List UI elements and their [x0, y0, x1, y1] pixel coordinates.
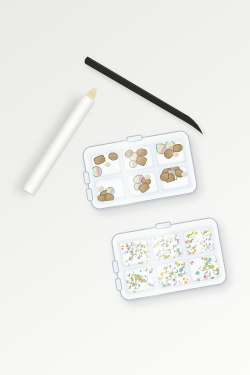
rhinestone — [153, 245, 156, 248]
rhinestone — [192, 234, 195, 237]
rhinestone — [177, 282, 180, 285]
rhinestone — [140, 244, 143, 247]
rhinestone — [124, 251, 127, 254]
rhinestone — [158, 256, 161, 259]
rhinestone — [185, 281, 188, 285]
box-compartment — [155, 259, 188, 288]
rhinestone — [138, 284, 141, 287]
rhinestone — [129, 243, 132, 246]
rhinestone — [172, 245, 175, 248]
rhinestone — [171, 283, 176, 288]
rhinestone — [209, 257, 214, 262]
box-compartment — [122, 145, 155, 172]
rhinestone — [195, 232, 198, 235]
rhinestone — [121, 243, 124, 246]
rhinestone — [203, 274, 208, 279]
rhinestone — [126, 242, 128, 244]
rhinestone — [149, 258, 151, 260]
tweezers-body — [85, 57, 203, 135]
rhinestone — [164, 250, 167, 253]
rhinestone — [151, 284, 154, 287]
rhinestone — [176, 243, 179, 246]
rhinestone — [138, 277, 141, 280]
rhinestone — [160, 281, 163, 284]
rhinestone — [210, 265, 214, 269]
rhinestone — [214, 259, 217, 262]
rhinestone — [131, 271, 134, 274]
rhinestone — [191, 260, 195, 264]
rhinestone — [165, 285, 168, 288]
rhinestone — [130, 249, 133, 252]
rhinestone — [188, 252, 191, 255]
rhinestone — [214, 271, 219, 276]
rhinestone — [129, 285, 132, 288]
rhinestone — [174, 238, 176, 240]
box-compartment — [118, 237, 151, 266]
rhinestone — [160, 172, 170, 182]
box-compartment — [153, 139, 186, 166]
rhinestone — [155, 246, 157, 248]
rhinestone — [173, 275, 176, 278]
box-compartment — [94, 176, 127, 203]
rhinestone — [177, 263, 180, 266]
rhinestone — [181, 270, 186, 275]
rhinestone — [170, 240, 172, 242]
rhinestone — [128, 159, 137, 168]
rhinestone — [211, 276, 215, 280]
rhinestone — [175, 248, 178, 251]
rhinestone — [215, 264, 220, 269]
box-compartment — [90, 150, 123, 177]
rhinestone — [150, 277, 153, 280]
box-compartment — [123, 265, 156, 294]
rhinestone — [181, 172, 188, 178]
rhinestone — [134, 247, 137, 250]
rhinestone — [140, 254, 143, 257]
rhinestone — [146, 243, 148, 245]
rhinestone — [164, 256, 167, 259]
photo-stage — [0, 0, 250, 375]
rhinestone — [104, 162, 111, 168]
rhinestone — [157, 258, 160, 261]
rhinestone — [173, 256, 175, 258]
rhinestone — [197, 276, 201, 280]
rhinestone — [127, 263, 130, 266]
rhinestone — [203, 244, 206, 247]
rhinestone — [193, 249, 195, 251]
rhinestone — [208, 238, 211, 241]
rhinestone — [177, 254, 179, 256]
rhinestone — [160, 272, 164, 276]
rhinestone — [200, 267, 204, 271]
box-compartment — [150, 232, 183, 261]
rhinestone — [140, 261, 143, 264]
rhinestone — [173, 151, 180, 157]
rhinestone — [137, 244, 140, 247]
rhinestone — [183, 277, 186, 280]
box-compartment — [158, 164, 191, 191]
rhinestone — [205, 230, 207, 232]
rhinestone — [90, 164, 105, 178]
rhinestone — [154, 242, 157, 245]
rhinestone — [147, 250, 149, 252]
box-compartment — [126, 170, 159, 197]
rhinestone — [139, 270, 142, 273]
rhinestone — [199, 250, 202, 253]
rhinestone — [162, 253, 165, 256]
rhinestone — [177, 238, 180, 241]
rhinestone — [164, 264, 167, 267]
rhinestone — [144, 268, 147, 271]
box-compartment — [182, 226, 215, 255]
rhinestone — [125, 260, 127, 262]
rhinestone — [121, 248, 123, 250]
box-compartment — [187, 253, 220, 282]
rhinestone — [208, 235, 211, 238]
rhinestone — [146, 260, 148, 262]
tweezers-sheen — [90, 59, 184, 115]
rhinestone — [108, 151, 119, 160]
rhinestone — [138, 262, 140, 264]
rhinestone — [183, 233, 185, 235]
rhinestone — [167, 255, 170, 258]
